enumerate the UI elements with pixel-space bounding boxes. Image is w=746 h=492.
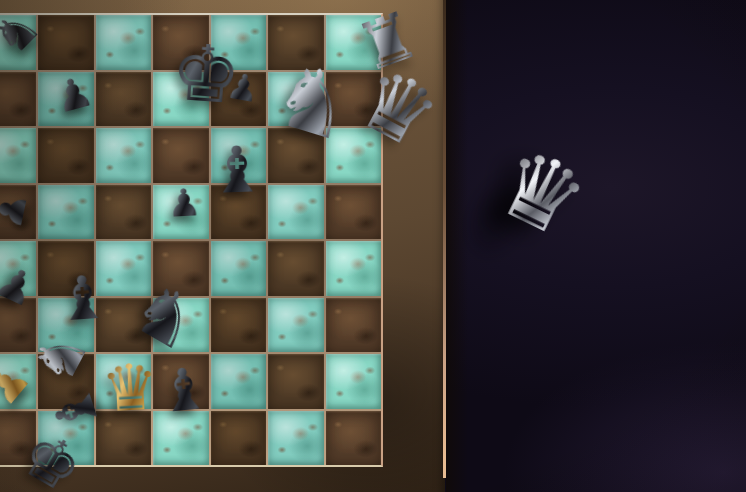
chess-piece-pawn: ♟ bbox=[0, 258, 43, 315]
chess-piece-pawn: ♟ bbox=[166, 183, 202, 223]
chess-piece-bishop: ♝ bbox=[54, 266, 112, 330]
photo-canvas: ♞♟♚♟♞♜♛♝♟♟♟♝♞♞♛♟♝♝♚♛ bbox=[0, 0, 746, 492]
chess-piece-queen: ♛ bbox=[481, 131, 600, 255]
chess-piece-bishop: ♝ bbox=[207, 137, 267, 203]
chess-piece-pawn: ♟ bbox=[0, 187, 34, 233]
chess-piece-pawn: ♟ bbox=[224, 67, 262, 108]
chess-piece-bishop: ♝ bbox=[155, 358, 213, 421]
chess-piece-knight: ♞ bbox=[262, 48, 363, 155]
chess-piece-knight: ♞ bbox=[120, 269, 212, 364]
chess-piece-pawn: ♟ bbox=[50, 70, 97, 120]
pieces-layer: ♞♟♚♟♞♜♛♝♟♟♟♝♞♞♛♟♝♝♚♛ bbox=[0, 0, 746, 492]
chess-piece-knight: ♞ bbox=[0, 0, 48, 64]
